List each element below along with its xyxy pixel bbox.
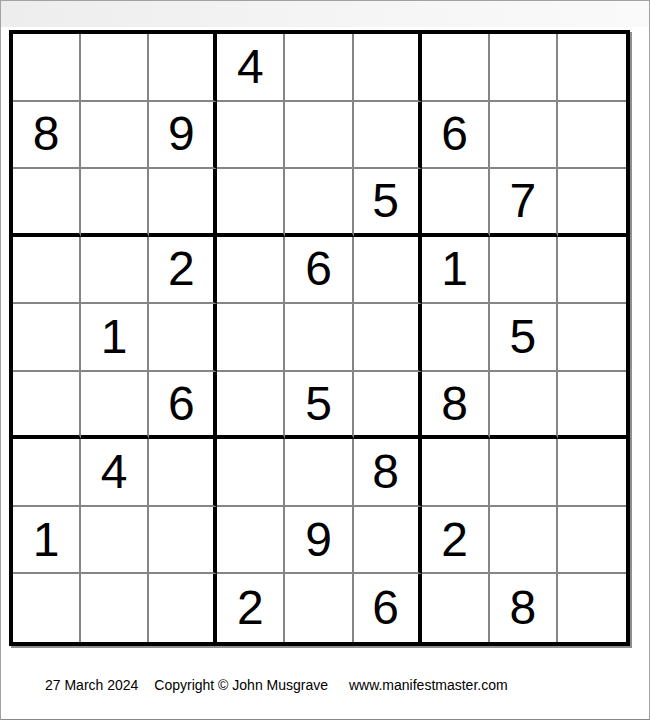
- puzzle-page: 4896572611565848192268 27 March 2024 Cop…: [0, 0, 650, 720]
- top-band: [1, 1, 649, 27]
- cell-r4c3[interactable]: 2: [149, 237, 217, 305]
- cell-r8c5[interactable]: 9: [285, 507, 353, 575]
- cell-r4c4[interactable]: [217, 237, 285, 305]
- cell-r8c4[interactable]: [217, 507, 285, 575]
- cell-r4c2[interactable]: [81, 237, 149, 305]
- cell-r9c5[interactable]: [285, 574, 353, 642]
- cell-r2c2[interactable]: [81, 102, 149, 170]
- cell-r4c1[interactable]: [13, 237, 81, 305]
- cell-r9c1[interactable]: [13, 574, 81, 642]
- cell-r9c4[interactable]: 2: [217, 574, 285, 642]
- cell-r8c3[interactable]: [149, 507, 217, 575]
- cell-r6c6[interactable]: [354, 372, 422, 440]
- cell-r5c4[interactable]: [217, 304, 285, 372]
- cell-r3c4[interactable]: [217, 169, 285, 237]
- cell-r2c9[interactable]: [558, 102, 626, 170]
- cell-r9c8[interactable]: 8: [490, 574, 558, 642]
- cell-r4c7[interactable]: 1: [422, 237, 490, 305]
- cell-r1c8[interactable]: [490, 34, 558, 102]
- sudoku-board: 4896572611565848192268: [9, 30, 630, 646]
- cell-r5c6[interactable]: [354, 304, 422, 372]
- footer: 27 March 2024 Copyright © John Musgrave …: [45, 677, 508, 693]
- cell-r7c8[interactable]: [490, 439, 558, 507]
- cell-r9c9[interactable]: [558, 574, 626, 642]
- cell-r1c4[interactable]: 4: [217, 34, 285, 102]
- cell-r6c4[interactable]: [217, 372, 285, 440]
- cell-r8c7[interactable]: 2: [422, 507, 490, 575]
- cell-r6c8[interactable]: [490, 372, 558, 440]
- cell-r1c5[interactable]: [285, 34, 353, 102]
- cell-r3c9[interactable]: [558, 169, 626, 237]
- copyright-text: Copyright © John Musgrave: [154, 677, 328, 693]
- cell-r2c6[interactable]: [354, 102, 422, 170]
- cell-r1c9[interactable]: [558, 34, 626, 102]
- cell-r3c2[interactable]: [81, 169, 149, 237]
- cell-r5c7[interactable]: [422, 304, 490, 372]
- cell-r3c7[interactable]: [422, 169, 490, 237]
- cell-r1c6[interactable]: [354, 34, 422, 102]
- cell-r9c3[interactable]: [149, 574, 217, 642]
- cell-r7c5[interactable]: [285, 439, 353, 507]
- cell-r3c5[interactable]: [285, 169, 353, 237]
- cell-r5c5[interactable]: [285, 304, 353, 372]
- cell-r8c6[interactable]: [354, 507, 422, 575]
- cell-r5c1[interactable]: [13, 304, 81, 372]
- cell-r5c2[interactable]: 1: [81, 304, 149, 372]
- puzzle-date: 27 March 2024: [45, 677, 138, 693]
- cell-r2c8[interactable]: [490, 102, 558, 170]
- cell-r7c3[interactable]: [149, 439, 217, 507]
- cell-r2c1[interactable]: 8: [13, 102, 81, 170]
- cell-r9c2[interactable]: [81, 574, 149, 642]
- cell-r6c2[interactable]: [81, 372, 149, 440]
- cell-r6c5[interactable]: 5: [285, 372, 353, 440]
- cell-r3c6[interactable]: 5: [354, 169, 422, 237]
- cell-r3c1[interactable]: [13, 169, 81, 237]
- cell-r8c1[interactable]: 1: [13, 507, 81, 575]
- cell-r1c2[interactable]: [81, 34, 149, 102]
- cell-r8c9[interactable]: [558, 507, 626, 575]
- cell-r6c9[interactable]: [558, 372, 626, 440]
- cell-r2c4[interactable]: [217, 102, 285, 170]
- cell-r5c8[interactable]: 5: [490, 304, 558, 372]
- cell-r2c5[interactable]: [285, 102, 353, 170]
- cell-r7c4[interactable]: [217, 439, 285, 507]
- cell-r1c7[interactable]: [422, 34, 490, 102]
- cell-r6c3[interactable]: 6: [149, 372, 217, 440]
- cell-r3c8[interactable]: 7: [490, 169, 558, 237]
- cell-r8c2[interactable]: [81, 507, 149, 575]
- cell-r4c6[interactable]: [354, 237, 422, 305]
- cell-r4c9[interactable]: [558, 237, 626, 305]
- cell-r7c2[interactable]: 4: [81, 439, 149, 507]
- cell-r4c8[interactable]: [490, 237, 558, 305]
- cell-r4c5[interactable]: 6: [285, 237, 353, 305]
- cell-r7c9[interactable]: [558, 439, 626, 507]
- cell-r7c7[interactable]: [422, 439, 490, 507]
- cell-r6c1[interactable]: [13, 372, 81, 440]
- cell-r7c6[interactable]: 8: [354, 439, 422, 507]
- cell-r1c3[interactable]: [149, 34, 217, 102]
- website-text: www.manifestmaster.com: [349, 677, 508, 693]
- cell-r9c7[interactable]: [422, 574, 490, 642]
- cell-r2c7[interactable]: 6: [422, 102, 490, 170]
- cell-r3c3[interactable]: [149, 169, 217, 237]
- cell-r7c1[interactable]: [13, 439, 81, 507]
- cell-r5c9[interactable]: [558, 304, 626, 372]
- cell-r1c1[interactable]: [13, 34, 81, 102]
- cell-r2c3[interactable]: 9: [149, 102, 217, 170]
- cell-r5c3[interactable]: [149, 304, 217, 372]
- cell-r8c8[interactable]: [490, 507, 558, 575]
- cell-r6c7[interactable]: 8: [422, 372, 490, 440]
- cell-r9c6[interactable]: 6: [354, 574, 422, 642]
